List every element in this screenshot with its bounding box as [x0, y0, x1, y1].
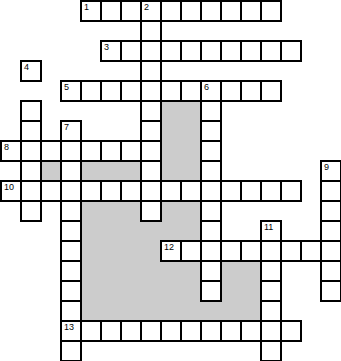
crossword-cell[interactable]	[20, 120, 42, 142]
crossword-cell[interactable]	[140, 100, 162, 122]
shaded-region-cell	[160, 120, 182, 142]
crossword-cell[interactable]	[140, 200, 162, 222]
crossword-cell[interactable]	[180, 80, 202, 102]
crossword-cell[interactable]	[300, 240, 322, 262]
crossword-cell[interactable]	[200, 260, 222, 282]
crossword-cell[interactable]: 3	[100, 40, 122, 62]
shaded-region-cell	[120, 160, 142, 182]
crossword-cell[interactable]	[80, 140, 102, 162]
shaded-region-cell	[200, 300, 222, 322]
crossword-cell[interactable]	[260, 300, 282, 322]
shaded-region-cell	[120, 260, 142, 282]
shaded-region-cell	[180, 100, 202, 122]
crossword-cell[interactable]	[60, 260, 82, 282]
clue-number: 3	[104, 43, 120, 52]
shaded-region-cell	[100, 240, 122, 262]
crossword-cell[interactable]	[240, 0, 262, 22]
crossword-cell[interactable]	[60, 240, 82, 262]
crossword-cell[interactable]	[240, 240, 262, 262]
crossword-cell[interactable]	[100, 0, 122, 22]
crossword-cell[interactable]	[120, 140, 142, 162]
crossword-cell[interactable]	[80, 320, 102, 342]
shaded-region-cell	[80, 240, 102, 262]
clue-number: 8	[4, 143, 20, 152]
crossword-cell[interactable]	[320, 260, 341, 282]
crossword-cell[interactable]	[140, 120, 162, 142]
crossword-cell[interactable]	[240, 320, 262, 342]
crossword-cell[interactable]	[60, 220, 82, 242]
crossword-cell[interactable]	[80, 80, 102, 102]
crossword-cell[interactable]	[200, 140, 222, 162]
crossword-cell[interactable]: 12	[160, 240, 182, 262]
shaded-region-cell	[100, 280, 122, 302]
crossword-cell[interactable]	[200, 200, 222, 222]
crossword-cell[interactable]	[280, 40, 302, 62]
shaded-region-cell	[80, 260, 102, 282]
crossword-cell[interactable]	[200, 220, 222, 242]
crossword-cell[interactable]	[80, 180, 102, 202]
crossword-cell[interactable]: 13	[60, 320, 82, 342]
crossword-cell[interactable]	[200, 280, 222, 302]
crossword-cell[interactable]	[280, 180, 302, 202]
crossword-cell[interactable]	[20, 160, 42, 182]
crossword-cell[interactable]	[140, 40, 162, 62]
shaded-region-cell	[80, 280, 102, 302]
crossword-cell[interactable]	[60, 300, 82, 322]
crossword-cell[interactable]	[120, 80, 142, 102]
crossword-board: 12345678910111213	[0, 0, 341, 361]
crossword-cell[interactable]	[60, 140, 82, 162]
crossword-cell[interactable]	[280, 320, 302, 342]
crossword-cell[interactable]	[140, 20, 162, 42]
crossword-cell[interactable]	[20, 140, 42, 162]
clue-number: 9	[324, 163, 340, 172]
crossword-cell[interactable]	[240, 40, 262, 62]
clue-number: 4	[24, 63, 40, 72]
crossword-cell[interactable]	[60, 160, 82, 182]
shaded-region-cell	[140, 280, 162, 302]
crossword-cell[interactable]	[260, 260, 282, 282]
clue-number: 10	[4, 183, 20, 192]
crossword-cell[interactable]	[260, 240, 282, 262]
crossword-cell[interactable]	[180, 320, 202, 342]
crossword-cell[interactable]	[200, 40, 222, 62]
shaded-region-cell	[220, 300, 242, 322]
crossword-cell[interactable]	[180, 180, 202, 202]
shaded-region-cell	[80, 220, 102, 242]
crossword-cell[interactable]	[100, 140, 122, 162]
crossword-cell[interactable]	[180, 240, 202, 262]
crossword-cell[interactable]	[60, 280, 82, 302]
shaded-region-cell	[160, 100, 182, 122]
clue-number: 12	[164, 243, 180, 252]
crossword-cell[interactable]	[200, 160, 222, 182]
shaded-region-cell	[100, 200, 122, 222]
shaded-region-cell	[240, 300, 262, 322]
crossword-cell[interactable]	[160, 0, 182, 22]
shaded-region-cell	[160, 260, 182, 282]
crossword-cell[interactable]: 10	[0, 180, 22, 202]
shaded-region-cell	[80, 160, 102, 182]
crossword-cell[interactable]	[140, 320, 162, 342]
shaded-region-cell	[180, 140, 202, 162]
crossword-cell[interactable]	[160, 80, 182, 102]
shaded-region-cell	[100, 300, 122, 322]
crossword-cell[interactable]	[280, 240, 302, 262]
crossword-cell[interactable]: 2	[140, 0, 162, 22]
clue-number: 11	[264, 223, 280, 232]
crossword-cell[interactable]	[320, 240, 341, 262]
crossword-cell[interactable]	[200, 240, 222, 262]
crossword-cell[interactable]	[240, 80, 262, 102]
crossword-cell[interactable]	[320, 280, 341, 302]
shaded-region-cell	[160, 220, 182, 242]
crossword-cell[interactable]	[200, 320, 222, 342]
crossword-cell[interactable]	[220, 240, 242, 262]
shaded-region-cell	[120, 280, 142, 302]
shaded-region-cell	[120, 300, 142, 322]
shaded-region-cell	[140, 240, 162, 262]
crossword-cell[interactable]	[320, 220, 341, 242]
crossword-cell[interactable]: 6	[200, 80, 222, 102]
shaded-region-cell	[80, 300, 102, 322]
crossword-cell[interactable]	[320, 200, 341, 222]
clue-number: 5	[64, 83, 80, 92]
crossword-cell[interactable]	[180, 0, 202, 22]
clue-number: 1	[84, 3, 100, 12]
crossword-cell[interactable]	[180, 40, 202, 62]
crossword-cell[interactable]	[220, 40, 242, 62]
clue-number: 13	[64, 323, 80, 332]
crossword-cell[interactable]	[20, 180, 42, 202]
crossword-cell[interactable]: 7	[60, 120, 82, 142]
crossword-cell[interactable]	[240, 180, 262, 202]
crossword-cell[interactable]	[60, 180, 82, 202]
crossword-cell[interactable]	[20, 200, 42, 222]
shaded-region-cell	[160, 140, 182, 162]
crossword-cell[interactable]	[220, 0, 242, 22]
shaded-region-cell	[140, 220, 162, 242]
crossword-cell[interactable]	[200, 120, 222, 142]
crossword-cell[interactable]: 4	[20, 60, 42, 82]
shaded-region-cell	[180, 160, 202, 182]
shaded-region-cell	[180, 120, 202, 142]
shaded-region-cell	[120, 240, 142, 262]
shaded-region-cell	[100, 260, 122, 282]
crossword-cell[interactable]	[120, 0, 142, 22]
crossword-cell[interactable]: 1	[80, 0, 102, 22]
crossword-cell[interactable]	[120, 180, 142, 202]
shaded-region-cell	[160, 160, 182, 182]
shaded-region-cell	[40, 160, 62, 182]
crossword-cell[interactable]	[160, 180, 182, 202]
crossword-cell[interactable]	[40, 180, 62, 202]
shaded-region-cell	[240, 260, 262, 282]
shaded-region-cell	[100, 220, 122, 242]
crossword-cell[interactable]	[100, 80, 122, 102]
crossword-cell[interactable]	[140, 160, 162, 182]
crossword-cell[interactable]	[140, 60, 162, 82]
shaded-region-cell	[180, 300, 202, 322]
shaded-region-cell	[120, 220, 142, 242]
crossword-cell[interactable]	[120, 320, 142, 342]
shaded-region-cell	[180, 260, 202, 282]
crossword-cell[interactable]	[220, 320, 242, 342]
crossword-cell[interactable]	[20, 100, 42, 122]
crossword-cell[interactable]	[260, 320, 282, 342]
crossword-cell[interactable]	[140, 80, 162, 102]
crossword-cell[interactable]	[260, 40, 282, 62]
crossword-cell[interactable]	[260, 80, 282, 102]
crossword-cell[interactable]	[160, 320, 182, 342]
crossword-cell[interactable]	[260, 340, 282, 361]
crossword-cell[interactable]	[140, 140, 162, 162]
shaded-region-cell	[180, 200, 202, 222]
crossword-cell[interactable]: 9	[320, 160, 341, 182]
shaded-region-cell	[140, 300, 162, 322]
crossword-cell[interactable]	[60, 340, 82, 361]
clue-number: 2	[144, 3, 160, 12]
shaded-region-cell	[160, 280, 182, 302]
clue-number: 7	[64, 123, 80, 132]
shaded-region-cell	[220, 280, 242, 302]
shaded-region-cell	[180, 220, 202, 242]
crossword-cell[interactable]: 5	[60, 80, 82, 102]
crossword-cell[interactable]	[60, 200, 82, 222]
crossword-cell[interactable]: 11	[260, 220, 282, 242]
crossword-cell[interactable]	[120, 40, 142, 62]
crossword-cell[interactable]	[220, 80, 242, 102]
crossword-cell[interactable]	[100, 180, 122, 202]
crossword-cell[interactable]	[40, 140, 62, 162]
crossword-cell[interactable]	[200, 0, 222, 22]
crossword-cell[interactable]	[200, 100, 222, 122]
shaded-region-cell	[240, 280, 262, 302]
clue-number: 6	[204, 83, 220, 92]
shaded-region-cell	[120, 200, 142, 222]
crossword-cell[interactable]	[100, 320, 122, 342]
shaded-region-cell	[220, 260, 242, 282]
crossword-cell[interactable]	[200, 180, 222, 202]
crossword-cell[interactable]	[260, 280, 282, 302]
crossword-cell[interactable]	[260, 180, 282, 202]
shaded-region-cell	[80, 200, 102, 222]
crossword-cell[interactable]: 8	[0, 140, 22, 162]
crossword-cell[interactable]	[320, 180, 341, 202]
crossword-cell[interactable]	[220, 180, 242, 202]
shaded-region-cell	[180, 280, 202, 302]
crossword-cell[interactable]	[160, 40, 182, 62]
crossword-cell[interactable]	[140, 180, 162, 202]
shaded-region-cell	[100, 160, 122, 182]
crossword-cell[interactable]	[260, 0, 282, 22]
shaded-region-cell	[160, 200, 182, 222]
shaded-region-cell	[140, 260, 162, 282]
shaded-region-cell	[160, 300, 182, 322]
